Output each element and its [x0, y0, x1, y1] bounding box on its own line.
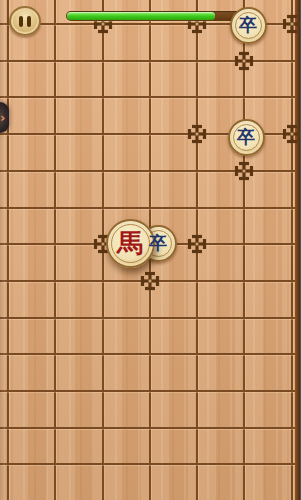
board-left-edge	[0, 0, 8, 500]
grid-line-horizontal	[0, 60, 300, 62]
piece-black-soldier-2[interactable]: 卒	[228, 119, 265, 156]
timer-bar-track	[66, 11, 249, 21]
grid-line-vertical	[243, 0, 245, 500]
point-marker	[187, 124, 207, 144]
grid-line-horizontal	[0, 427, 300, 429]
point-marker	[282, 14, 301, 34]
piece-glyph: 馬	[117, 230, 143, 256]
point-marker	[234, 161, 254, 181]
point-marker	[140, 271, 160, 291]
piece-glyph: 卒	[239, 16, 257, 34]
side-drawer-tab[interactable]: ›	[0, 102, 9, 133]
chevron-right-icon: ›	[0, 111, 5, 124]
piece-glyph: 卒	[149, 234, 167, 252]
grid-line-horizontal	[0, 353, 300, 355]
pause-icon	[19, 16, 31, 27]
grid-line-horizontal	[0, 170, 300, 172]
point-marker	[187, 234, 207, 254]
grid-line-vertical	[54, 0, 56, 500]
board-right-edge	[295, 0, 300, 500]
piece-black-soldier-1[interactable]: 卒	[230, 7, 267, 44]
point-marker	[234, 51, 254, 71]
point-marker	[282, 124, 301, 144]
grid-line-vertical	[291, 0, 293, 500]
grid-line-horizontal	[0, 207, 300, 209]
grid-line-horizontal	[0, 96, 300, 98]
grid-line-horizontal	[0, 463, 300, 465]
piece-red-horse-moving[interactable]: 馬	[106, 219, 155, 268]
pause-button[interactable]	[9, 6, 41, 36]
piece-glyph: 卒	[237, 128, 255, 146]
grid-line-horizontal	[0, 390, 300, 392]
timer-bar-fill	[67, 12, 215, 20]
game-screen: 卒卒卒馬 ›	[0, 0, 300, 500]
grid-line-horizontal	[0, 317, 300, 319]
